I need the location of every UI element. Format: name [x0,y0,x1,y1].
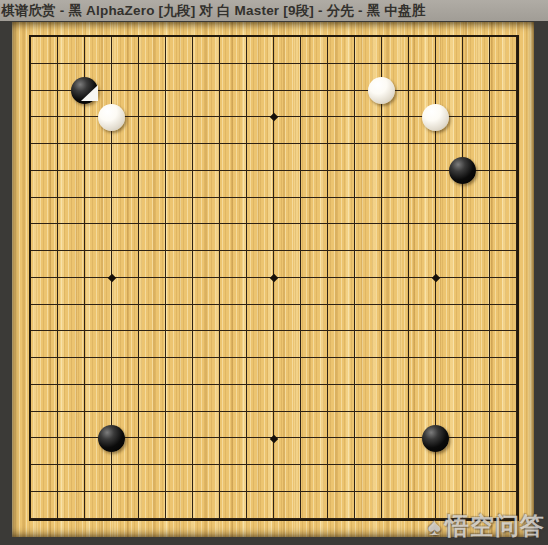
black-stone [422,425,449,452]
white-stone [98,104,125,131]
pieces-layer [12,22,534,537]
white-stone [422,104,449,131]
title-bar: 棋谱欣赏 - 黑 AlphaZero [九段] 对 白 Master [9段] … [0,0,548,21]
star-point [269,274,277,282]
star-point [431,274,439,282]
star-point [269,113,277,121]
black-stone [449,157,476,184]
window-title: 棋谱欣赏 - 黑 AlphaZero [九段] 对 白 Master [9段] … [1,2,425,20]
black-stone [71,77,98,104]
star-point [107,274,115,282]
white-stone [368,77,395,104]
goban[interactable] [12,22,534,537]
star-point [269,434,277,442]
black-stone [98,425,125,452]
last-move-triangle-marker [81,85,98,101]
app-window: 棋谱欣赏 - 黑 AlphaZero [九段] 对 白 Master [9段] … [0,0,548,545]
